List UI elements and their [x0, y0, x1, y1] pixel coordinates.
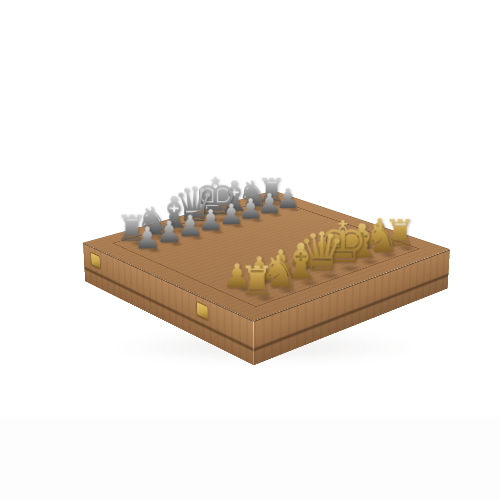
piece-white-rook: ♜	[238, 233, 276, 298]
brass-hinge	[196, 301, 208, 321]
chess-piece-glyph: ♜	[239, 261, 275, 301]
piece-black-pawn: ♟	[130, 192, 164, 251]
product-photo: ♜♞♝♛♚♝♞♜♟♟♟♟♟♟♟♟♟♟♟♟♟♟♟♟♜♞♝♛♚♝♞♜	[0, 0, 500, 500]
chess-piece-glyph: ♟	[134, 223, 161, 253]
scene: ♜♞♝♛♚♝♞♜♟♟♟♟♟♟♟♟♟♟♟♟♟♟♟♟♜♞♝♛♚♝♞♜	[0, 0, 500, 500]
brass-hinge	[90, 252, 100, 270]
chess-box: ♜♞♝♛♚♝♞♜♟♟♟♟♟♟♟♟♟♟♟♟♟♟♟♟♜♞♝♛♚♝♞♜	[83, 191, 450, 321]
